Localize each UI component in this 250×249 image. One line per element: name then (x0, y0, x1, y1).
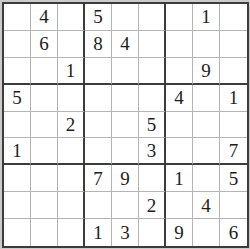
cell-r4c8[interactable] (193, 85, 220, 112)
cell-r4c5[interactable] (112, 85, 139, 112)
cell-r6c6[interactable]: 3 (139, 138, 166, 165)
cell-r6c8[interactable] (193, 138, 220, 165)
cell-r4c3[interactable] (58, 85, 85, 112)
cell-r8c9[interactable] (220, 192, 247, 219)
cell-r5c5[interactable] (112, 112, 139, 139)
cell-r6c3[interactable] (58, 138, 85, 165)
cell-r5c6[interactable]: 5 (139, 112, 166, 139)
cell-r5c9[interactable] (220, 112, 247, 139)
cell-r8c6[interactable]: 2 (139, 192, 166, 219)
cell-r8c3[interactable] (58, 192, 85, 219)
cell-r7c9[interactable]: 5 (220, 165, 247, 192)
cell-r4c2[interactable] (31, 85, 58, 112)
cell-r9c2[interactable] (31, 219, 58, 246)
cell-r3c5[interactable] (112, 58, 139, 85)
cell-r5c1[interactable] (4, 112, 31, 139)
cell-r6c9[interactable]: 7 (220, 138, 247, 165)
cell-r8c4[interactable] (85, 192, 112, 219)
cell-r3c9[interactable] (220, 58, 247, 85)
cell-r3c6[interactable] (139, 58, 166, 85)
cell-r1c9[interactable] (220, 4, 247, 31)
cell-r4c9[interactable]: 1 (220, 85, 247, 112)
page-background: { "game": "sudoku", "board": { "rows": 9… (0, 0, 250, 249)
cell-r9c1[interactable] (4, 219, 31, 246)
cell-r8c8[interactable]: 4 (193, 192, 220, 219)
cell-r2c6[interactable] (139, 31, 166, 58)
cell-r9c3[interactable] (58, 219, 85, 246)
cell-r4c7[interactable]: 4 (166, 85, 193, 112)
cell-r2c4[interactable]: 8 (85, 31, 112, 58)
cell-r7c1[interactable] (4, 165, 31, 192)
cell-r6c2[interactable] (31, 138, 58, 165)
cell-r2c1[interactable] (4, 31, 31, 58)
cell-r7c2[interactable] (31, 165, 58, 192)
cell-r1c1[interactable] (4, 4, 31, 31)
cell-r8c2[interactable] (31, 192, 58, 219)
cell-r3c1[interactable] (4, 58, 31, 85)
cell-r1c3[interactable] (58, 4, 85, 31)
cell-r3c8[interactable]: 9 (193, 58, 220, 85)
cell-r1c4[interactable]: 5 (85, 4, 112, 31)
cell-r5c7[interactable] (166, 112, 193, 139)
cell-r4c1[interactable]: 5 (4, 85, 31, 112)
cell-r2c7[interactable] (166, 31, 193, 58)
cell-r2c2[interactable]: 6 (31, 31, 58, 58)
cell-r6c7[interactable] (166, 138, 193, 165)
cell-r3c7[interactable] (166, 58, 193, 85)
cell-r2c9[interactable] (220, 31, 247, 58)
cell-r6c1[interactable]: 1 (4, 138, 31, 165)
cell-r1c6[interactable] (139, 4, 166, 31)
cell-r1c5[interactable] (112, 4, 139, 31)
cell-r7c7[interactable]: 1 (166, 165, 193, 192)
cell-r2c5[interactable]: 4 (112, 31, 139, 58)
cell-r9c9[interactable]: 6 (220, 219, 247, 246)
cell-r3c4[interactable] (85, 58, 112, 85)
cell-r3c3[interactable]: 1 (58, 58, 85, 85)
cell-r7c6[interactable] (139, 165, 166, 192)
cell-r1c2[interactable]: 4 (31, 4, 58, 31)
cell-r1c7[interactable] (166, 4, 193, 31)
cell-r7c3[interactable] (58, 165, 85, 192)
cell-r7c8[interactable] (193, 165, 220, 192)
cell-r7c4[interactable]: 7 (85, 165, 112, 192)
cell-r6c5[interactable] (112, 138, 139, 165)
cell-r9c7[interactable]: 9 (166, 219, 193, 246)
cell-r7c5[interactable]: 9 (112, 165, 139, 192)
cell-r8c1[interactable] (4, 192, 31, 219)
cell-r6c4[interactable] (85, 138, 112, 165)
cell-r4c4[interactable] (85, 85, 112, 112)
cell-r1c8[interactable]: 1 (193, 4, 220, 31)
cell-r9c8[interactable] (193, 219, 220, 246)
sudoku-board: 45168419541251377915241396 (2, 2, 249, 248)
cell-r5c4[interactable] (85, 112, 112, 139)
cell-r2c3[interactable] (58, 31, 85, 58)
cell-r2c8[interactable] (193, 31, 220, 58)
cell-r4c6[interactable] (139, 85, 166, 112)
cell-r5c8[interactable] (193, 112, 220, 139)
cell-r9c5[interactable]: 3 (112, 219, 139, 246)
cell-r9c6[interactable] (139, 219, 166, 246)
cell-r8c5[interactable] (112, 192, 139, 219)
cell-r8c7[interactable] (166, 192, 193, 219)
cell-r3c2[interactable] (31, 58, 58, 85)
cell-r5c2[interactable] (31, 112, 58, 139)
cell-r9c4[interactable]: 1 (85, 219, 112, 246)
cell-r5c3[interactable]: 2 (58, 112, 85, 139)
